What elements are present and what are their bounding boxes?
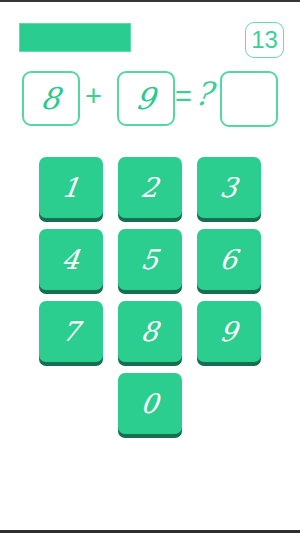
question-mark: ? [193, 78, 215, 110]
operand2-box: 9 [117, 71, 175, 126]
operand2-value: 9 [134, 84, 157, 114]
top-edge-bar [0, 0, 300, 2]
key-7[interactable]: 7 [39, 301, 103, 362]
key-6[interactable]: 6 [197, 229, 261, 290]
app-screen: 13 8 + 9 = ? 1 2 3 4 5 6 7 8 9 0 [0, 0, 300, 533]
key-8[interactable]: 8 [118, 301, 182, 362]
key-1[interactable]: 1 [39, 157, 103, 218]
counter-box: 13 [245, 22, 284, 58]
key-3[interactable]: 3 [197, 157, 261, 218]
equation-row: 8 + 9 = ? [0, 71, 300, 129]
equals-sign: = [175, 82, 192, 111]
key-2[interactable]: 2 [118, 157, 182, 218]
key-4[interactable]: 4 [39, 229, 103, 290]
keypad: 1 2 3 4 5 6 7 8 9 0 [39, 157, 261, 434]
answer-box[interactable] [220, 71, 278, 127]
plus-operator: + [85, 82, 102, 111]
key-0[interactable]: 0 [118, 373, 182, 434]
key-9[interactable]: 9 [197, 301, 261, 362]
key-5[interactable]: 5 [118, 229, 182, 290]
progress-bar [19, 23, 131, 52]
operand1-value: 8 [39, 84, 62, 114]
operand1-box: 8 [22, 71, 80, 126]
counter-value: 13 [251, 28, 278, 52]
